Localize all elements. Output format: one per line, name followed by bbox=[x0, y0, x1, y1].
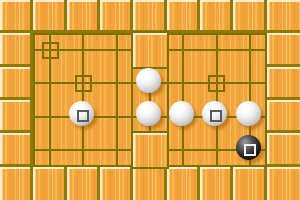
player-ball[interactable] bbox=[236, 135, 261, 160]
grid-line-vertical bbox=[116, 33, 118, 166]
box-on-goal-marker bbox=[77, 110, 89, 122]
sokoban-level-view[interactable] bbox=[0, 0, 300, 200]
interior-wall-block bbox=[131, 31, 168, 68]
grid-line-vertical bbox=[216, 33, 218, 166]
box-ball[interactable] bbox=[136, 101, 161, 126]
box-ball[interactable] bbox=[69, 101, 94, 126]
box-ball[interactable] bbox=[169, 101, 194, 126]
interior-wall-block bbox=[131, 131, 168, 168]
interior-wall-block-face bbox=[133, 33, 166, 66]
goal-square-marker bbox=[208, 75, 225, 92]
box-ball[interactable] bbox=[136, 68, 161, 93]
player-on-goal-marker bbox=[244, 144, 256, 156]
box-on-goal-marker bbox=[210, 110, 222, 122]
box-ball[interactable] bbox=[236, 101, 261, 126]
grid-line-vertical bbox=[82, 33, 84, 166]
goal-square-marker bbox=[42, 42, 59, 59]
floor-grid-lines bbox=[0, 0, 300, 200]
interior-wall-block-face bbox=[133, 133, 166, 166]
goal-square-marker bbox=[75, 75, 92, 92]
grid-line-vertical bbox=[182, 33, 184, 166]
